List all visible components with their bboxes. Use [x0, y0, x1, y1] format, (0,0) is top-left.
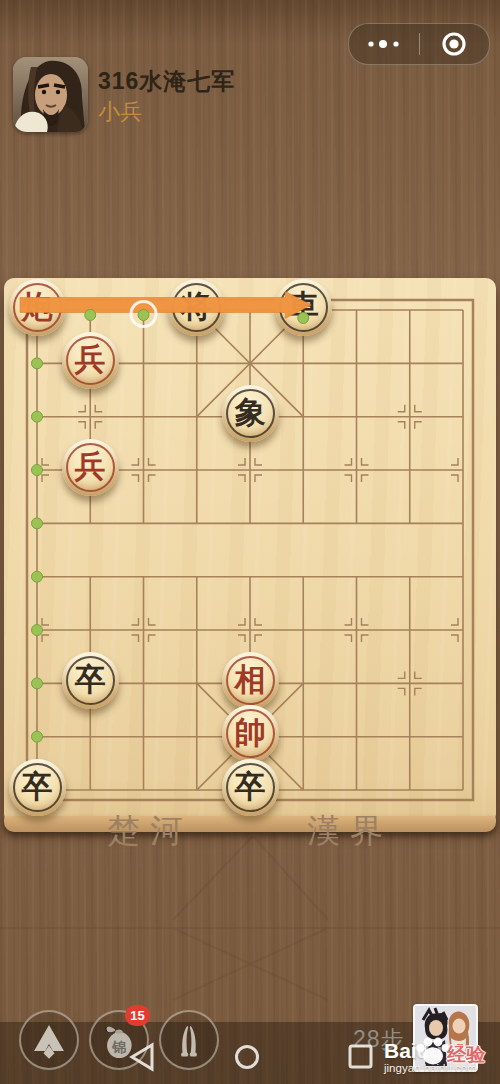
piece-black-卒[interactable]: 卒	[9, 759, 66, 816]
baidu-jingyan-text: 经验	[447, 1042, 485, 1068]
piece-char: 卒	[22, 771, 53, 802]
river-label-left: 楚河	[90, 809, 210, 854]
app-screen: 316水淹七军 小兵 楚河 漢界 炮将車兵象兵卒相帥卒卒	[0, 0, 500, 1084]
ellipsis-icon	[367, 39, 401, 49]
piece-black-象[interactable]: 象	[222, 385, 279, 442]
avatar-portrait	[13, 57, 88, 132]
app-logo-icon	[27, 1018, 71, 1062]
piece-char: 炮	[22, 291, 53, 322]
piece-char: 相	[235, 664, 266, 695]
puzzle-rank-label: 小兵	[98, 97, 142, 127]
target-exit-icon	[440, 30, 468, 58]
piece-red-兵[interactable]: 兵	[62, 332, 119, 389]
piece-char: 兵	[75, 344, 106, 375]
piece-char: 兵	[75, 451, 106, 482]
piece-black-車[interactable]: 車	[275, 279, 332, 336]
xiangqi-board[interactable]: 楚河 漢界 炮将車兵象兵卒相帥卒卒	[4, 278, 496, 824]
piece-char: 将	[181, 291, 212, 322]
piece-char: 象	[235, 397, 266, 428]
miniprogram-capsule	[348, 23, 490, 65]
app-logo-button[interactable]	[19, 1010, 79, 1070]
piece-black-将[interactable]: 将	[168, 279, 225, 336]
piece-black-卒[interactable]: 卒	[222, 759, 279, 816]
bag-char: 锦	[111, 1040, 126, 1055]
piece-char: 卒	[235, 771, 266, 802]
exit-button[interactable]	[420, 24, 490, 64]
piece-red-帥[interactable]: 帥	[222, 705, 279, 762]
piece-red-兵[interactable]: 兵	[62, 439, 119, 496]
piece-black-卒[interactable]: 卒	[62, 652, 119, 709]
piece-red-相[interactable]: 相	[222, 652, 279, 709]
piece-char: 車	[288, 291, 319, 322]
praying-hands-icon	[167, 1018, 211, 1062]
piece-char: 卒	[75, 664, 106, 695]
thanks-button[interactable]	[159, 1010, 219, 1070]
more-button[interactable]	[349, 24, 419, 64]
hint-count-badge: 15	[125, 1005, 150, 1026]
river-label-right: 漢界	[290, 809, 410, 854]
avatar	[13, 57, 88, 132]
piece-char: 帥	[235, 717, 266, 748]
piece-red-炮[interactable]: 炮	[9, 279, 66, 336]
puzzle-title: 316水淹七军	[98, 66, 235, 97]
